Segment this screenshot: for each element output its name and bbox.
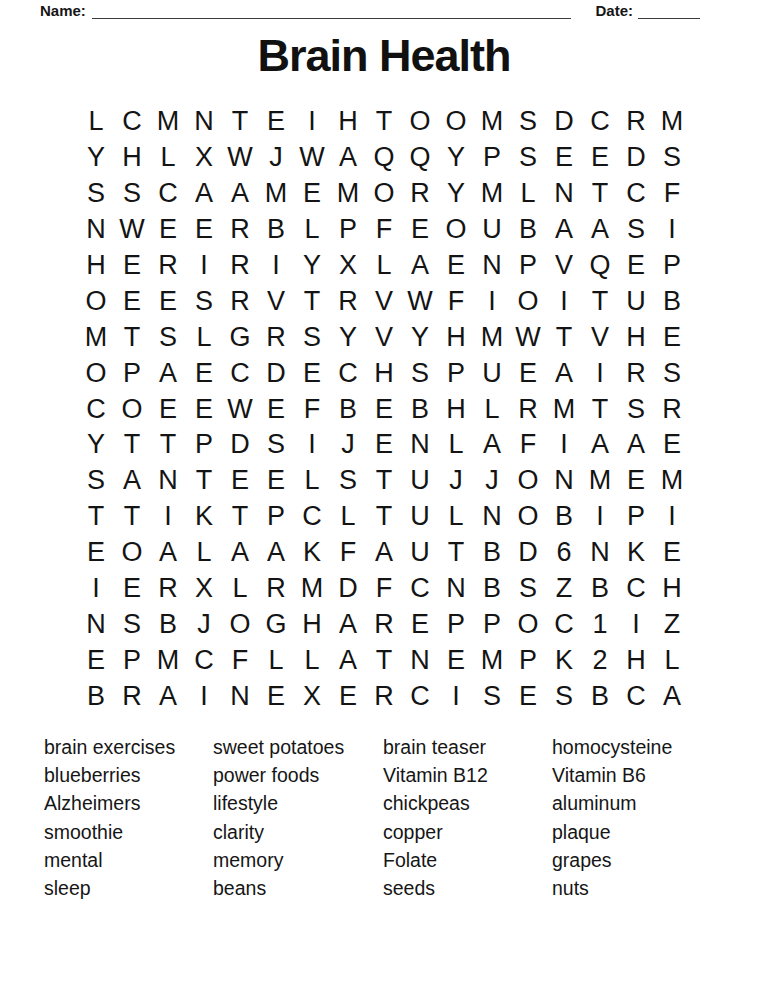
grid-cell-r4c10[interactable]: E	[402, 212, 438, 248]
grid-cell-r7c5[interactable]: G	[222, 319, 258, 355]
grid-cell-r14c3[interactable]: R	[150, 571, 186, 607]
grid-cell-r9c10[interactable]: B	[402, 391, 438, 427]
grid-cell-r10c16[interactable]: A	[618, 427, 654, 463]
grid-cell-r14c6[interactable]: R	[258, 571, 294, 607]
grid-cell-r13c5[interactable]: A	[222, 535, 258, 571]
name-input-line[interactable]	[92, 5, 572, 19]
grid-cell-r1c1[interactable]: L	[78, 104, 114, 140]
grid-cell-r2c16[interactable]: D	[618, 140, 654, 176]
grid-cell-r12c14[interactable]: B	[546, 499, 582, 535]
grid-cell-r4c15[interactable]: A	[582, 212, 618, 248]
grid-cell-r15c6[interactable]: G	[258, 606, 294, 642]
grid-cell-r7c8[interactable]: Y	[330, 319, 366, 355]
grid-cell-r5c13[interactable]: P	[510, 248, 546, 284]
grid-cell-r13c7[interactable]: K	[294, 535, 330, 571]
grid-cell-r15c14[interactable]: C	[546, 606, 582, 642]
grid-cell-r6c2[interactable]: E	[114, 283, 150, 319]
grid-cell-r8c14[interactable]: A	[546, 355, 582, 391]
grid-cell-r11c17[interactable]: M	[654, 463, 690, 499]
grid-cell-r8c16[interactable]: R	[618, 355, 654, 391]
grid-cell-r14c1[interactable]: I	[78, 571, 114, 607]
grid-cell-r16c13[interactable]: P	[510, 642, 546, 678]
grid-cell-r9c7[interactable]: F	[294, 391, 330, 427]
grid-cell-r16c14[interactable]: K	[546, 642, 582, 678]
grid-cell-r11c14[interactable]: N	[546, 463, 582, 499]
grid-cell-r12c17[interactable]: I	[654, 499, 690, 535]
grid-cell-r10c1[interactable]: Y	[78, 427, 114, 463]
grid-cell-r17c7[interactable]: X	[294, 678, 330, 714]
grid-cell-r1c10[interactable]: O	[402, 104, 438, 140]
grid-cell-r14c2[interactable]: E	[114, 571, 150, 607]
grid-cell-r17c1[interactable]: B	[78, 678, 114, 714]
grid-cell-r5c9[interactable]: L	[366, 248, 402, 284]
grid-cell-r5c7[interactable]: Y	[294, 248, 330, 284]
grid-cell-r5c8[interactable]: X	[330, 248, 366, 284]
grid-cell-r6c5[interactable]: R	[222, 283, 258, 319]
grid-cell-r5c6[interactable]: I	[258, 248, 294, 284]
grid-cell-r6c7[interactable]: T	[294, 283, 330, 319]
grid-cell-r11c10[interactable]: U	[402, 463, 438, 499]
grid-cell-r1c11[interactable]: O	[438, 104, 474, 140]
grid-cell-r14c8[interactable]: D	[330, 571, 366, 607]
grid-cell-r9c17[interactable]: R	[654, 391, 690, 427]
grid-cell-r11c9[interactable]: T	[366, 463, 402, 499]
grid-cell-r16c8[interactable]: A	[330, 642, 366, 678]
grid-cell-r11c6[interactable]: E	[258, 463, 294, 499]
grid-cell-r17c8[interactable]: E	[330, 678, 366, 714]
grid-cell-r16c10[interactable]: N	[402, 642, 438, 678]
grid-cell-r2c12[interactable]: P	[474, 140, 510, 176]
grid-cell-r9c9[interactable]: E	[366, 391, 402, 427]
grid-cell-r4c8[interactable]: P	[330, 212, 366, 248]
grid-cell-r13c13[interactable]: D	[510, 535, 546, 571]
grid-cell-r10c15[interactable]: A	[582, 427, 618, 463]
grid-cell-r17c5[interactable]: N	[222, 678, 258, 714]
grid-cell-r3c2[interactable]: S	[114, 176, 150, 212]
grid-cell-r1c17[interactable]: M	[654, 104, 690, 140]
grid-cell-r15c15[interactable]: 1	[582, 606, 618, 642]
grid-cell-r16c9[interactable]: T	[366, 642, 402, 678]
grid-cell-r5c17[interactable]: P	[654, 248, 690, 284]
grid-cell-r3c12[interactable]: M	[474, 176, 510, 212]
grid-cell-r8c5[interactable]: C	[222, 355, 258, 391]
grid-cell-r11c13[interactable]: O	[510, 463, 546, 499]
grid-cell-r2c1[interactable]: Y	[78, 140, 114, 176]
grid-cell-r3c16[interactable]: C	[618, 176, 654, 212]
grid-cell-r15c3[interactable]: B	[150, 606, 186, 642]
grid-cell-r8c17[interactable]: S	[654, 355, 690, 391]
grid-cell-r14c15[interactable]: B	[582, 571, 618, 607]
grid-cell-r13c16[interactable]: K	[618, 535, 654, 571]
grid-cell-r12c1[interactable]: T	[78, 499, 114, 535]
grid-cell-r12c2[interactable]: T	[114, 499, 150, 535]
grid-cell-r9c11[interactable]: H	[438, 391, 474, 427]
grid-cell-r9c4[interactable]: E	[186, 391, 222, 427]
grid-cell-r13c3[interactable]: A	[150, 535, 186, 571]
grid-cell-r7c12[interactable]: M	[474, 319, 510, 355]
grid-cell-r7c14[interactable]: T	[546, 319, 582, 355]
grid-cell-r6c10[interactable]: W	[402, 283, 438, 319]
grid-cell-r9c13[interactable]: R	[510, 391, 546, 427]
grid-cell-r5c10[interactable]: A	[402, 248, 438, 284]
grid-cell-r9c6[interactable]: E	[258, 391, 294, 427]
grid-cell-r12c5[interactable]: T	[222, 499, 258, 535]
grid-cell-r2c8[interactable]: A	[330, 140, 366, 176]
grid-cell-r11c16[interactable]: E	[618, 463, 654, 499]
grid-cell-r11c15[interactable]: M	[582, 463, 618, 499]
grid-cell-r4c3[interactable]: E	[150, 212, 186, 248]
grid-cell-r1c16[interactable]: R	[618, 104, 654, 140]
grid-cell-r16c7[interactable]: L	[294, 642, 330, 678]
grid-cell-r9c2[interactable]: O	[114, 391, 150, 427]
grid-cell-r15c11[interactable]: P	[438, 606, 474, 642]
grid-cell-r12c13[interactable]: O	[510, 499, 546, 535]
grid-cell-r7c6[interactable]: R	[258, 319, 294, 355]
grid-cell-r6c1[interactable]: O	[78, 283, 114, 319]
grid-cell-r10c14[interactable]: I	[546, 427, 582, 463]
grid-cell-r15c1[interactable]: N	[78, 606, 114, 642]
grid-cell-r12c8[interactable]: L	[330, 499, 366, 535]
word-item: plaque	[552, 818, 732, 846]
grid-cell-r10c10[interactable]: N	[402, 427, 438, 463]
grid-cell-r13c11[interactable]: T	[438, 535, 474, 571]
grid-cell-r8c15[interactable]: I	[582, 355, 618, 391]
grid-cell-r4c16[interactable]: S	[618, 212, 654, 248]
grid-cell-r1c14[interactable]: D	[546, 104, 582, 140]
grid-cell-r4c14[interactable]: A	[546, 212, 582, 248]
grid-cell-r12c10[interactable]: U	[402, 499, 438, 535]
grid-cell-r7c2[interactable]: T	[114, 319, 150, 355]
grid-cell-r3c15[interactable]: T	[582, 176, 618, 212]
grid-cell-r1c7[interactable]: I	[294, 104, 330, 140]
letter-grid: LCMNTEIHTOOMSDCRMYHLXWJWAQQYPSEEDSSSCAAM…	[78, 104, 690, 714]
grid-cell-r1c4[interactable]: N	[186, 104, 222, 140]
grid-cell-r13c10[interactable]: U	[402, 535, 438, 571]
grid-cell-r11c11[interactable]: J	[438, 463, 474, 499]
grid-cell-r17c4[interactable]: I	[186, 678, 222, 714]
grid-cell-r7c15[interactable]: V	[582, 319, 618, 355]
grid-cell-r9c15[interactable]: T	[582, 391, 618, 427]
grid-cell-r13c17[interactable]: E	[654, 535, 690, 571]
grid-cell-r15c12[interactable]: P	[474, 606, 510, 642]
grid-cell-r15c17[interactable]: Z	[654, 606, 690, 642]
grid-cell-r8c2[interactable]: P	[114, 355, 150, 391]
grid-cell-r7c7[interactable]: S	[294, 319, 330, 355]
grid-cell-r1c12[interactable]: M	[474, 104, 510, 140]
grid-cell-r3c3[interactable]: C	[150, 176, 186, 212]
grid-cell-r3c1[interactable]: S	[78, 176, 114, 212]
grid-cell-r5c5[interactable]: R	[222, 248, 258, 284]
grid-cell-r7c10[interactable]: Y	[402, 319, 438, 355]
grid-cell-r2c7[interactable]: W	[294, 140, 330, 176]
grid-cell-r11c12[interactable]: J	[474, 463, 510, 499]
grid-cell-r4c17[interactable]: I	[654, 212, 690, 248]
grid-cell-r8c11[interactable]: P	[438, 355, 474, 391]
grid-cell-r5c4[interactable]: I	[186, 248, 222, 284]
grid-cell-r10c8[interactable]: J	[330, 427, 366, 463]
grid-cell-r2c3[interactable]: L	[150, 140, 186, 176]
grid-cell-r1c2[interactable]: C	[114, 104, 150, 140]
grid-cell-r16c17[interactable]: L	[654, 642, 690, 678]
grid-cell-r16c1[interactable]: E	[78, 642, 114, 678]
grid-cell-r3c11[interactable]: Y	[438, 176, 474, 212]
grid-cell-r14c16[interactable]: C	[618, 571, 654, 607]
grid-cell-r9c8[interactable]: B	[330, 391, 366, 427]
grid-cell-r12c11[interactable]: L	[438, 499, 474, 535]
grid-cell-r12c6[interactable]: P	[258, 499, 294, 535]
grid-cell-r2c11[interactable]: Y	[438, 140, 474, 176]
grid-cell-r6c13[interactable]: O	[510, 283, 546, 319]
grid-cell-r2c6[interactable]: J	[258, 140, 294, 176]
grid-cell-r1c5[interactable]: T	[222, 104, 258, 140]
grid-cell-r4c4[interactable]: E	[186, 212, 222, 248]
grid-cell-r7c4[interactable]: L	[186, 319, 222, 355]
grid-cell-r3c13[interactable]: L	[510, 176, 546, 212]
grid-cell-r13c12[interactable]: B	[474, 535, 510, 571]
grid-cell-r17c3[interactable]: A	[150, 678, 186, 714]
grid-cell-r17c11[interactable]: I	[438, 678, 474, 714]
grid-cell-r17c2[interactable]: R	[114, 678, 150, 714]
word-item: lifestyle	[213, 789, 383, 817]
grid-cell-r15c8[interactable]: A	[330, 606, 366, 642]
grid-cell-r17c12[interactable]: S	[474, 678, 510, 714]
grid-cell-r3c4[interactable]: A	[186, 176, 222, 212]
grid-cell-r10c11[interactable]: L	[438, 427, 474, 463]
grid-cell-r6c8[interactable]: R	[330, 283, 366, 319]
grid-cell-r11c2[interactable]: A	[114, 463, 150, 499]
grid-cell-r5c14[interactable]: V	[546, 248, 582, 284]
grid-cell-r13c6[interactable]: A	[258, 535, 294, 571]
grid-cell-r14c10[interactable]: C	[402, 571, 438, 607]
grid-cell-r6c17[interactable]: B	[654, 283, 690, 319]
grid-cell-r5c2[interactable]: E	[114, 248, 150, 284]
date-input-line[interactable]	[638, 5, 700, 19]
grid-cell-r2c13[interactable]: S	[510, 140, 546, 176]
grid-cell-r1c6[interactable]: E	[258, 104, 294, 140]
grid-cell-r17c15[interactable]: B	[582, 678, 618, 714]
grid-cell-r14c4[interactable]: X	[186, 571, 222, 607]
grid-cell-r1c8[interactable]: H	[330, 104, 366, 140]
grid-cell-r13c14[interactable]: 6	[546, 535, 582, 571]
grid-cell-r1c3[interactable]: M	[150, 104, 186, 140]
grid-cell-r1c15[interactable]: C	[582, 104, 618, 140]
grid-cell-r5c1[interactable]: H	[78, 248, 114, 284]
grid-cell-r15c4[interactable]: J	[186, 606, 222, 642]
grid-cell-r17c16[interactable]: C	[618, 678, 654, 714]
grid-cell-r13c2[interactable]: O	[114, 535, 150, 571]
grid-cell-r15c5[interactable]: O	[222, 606, 258, 642]
grid-cell-r10c7[interactable]: I	[294, 427, 330, 463]
grid-cell-r3c7[interactable]: E	[294, 176, 330, 212]
grid-cell-r8c1[interactable]: O	[78, 355, 114, 391]
grid-cell-r12c4[interactable]: K	[186, 499, 222, 535]
grid-cell-r13c15[interactable]: N	[582, 535, 618, 571]
grid-cell-r7c1[interactable]: M	[78, 319, 114, 355]
grid-cell-r14c12[interactable]: B	[474, 571, 510, 607]
grid-cell-r9c16[interactable]: S	[618, 391, 654, 427]
grid-cell-r7c3[interactable]: S	[150, 319, 186, 355]
grid-cell-r16c15[interactable]: 2	[582, 642, 618, 678]
grid-cell-r14c9[interactable]: F	[366, 571, 402, 607]
grid-cell-r17c13[interactable]: E	[510, 678, 546, 714]
grid-cell-r14c14[interactable]: Z	[546, 571, 582, 607]
grid-cell-r12c7[interactable]: C	[294, 499, 330, 535]
grid-cell-r11c8[interactable]: S	[330, 463, 366, 499]
grid-cell-r6c3[interactable]: E	[150, 283, 186, 319]
grid-cell-r14c7[interactable]: M	[294, 571, 330, 607]
grid-cell-r1c13[interactable]: S	[510, 104, 546, 140]
grid-cell-r13c9[interactable]: A	[366, 535, 402, 571]
grid-cell-r8c9[interactable]: H	[366, 355, 402, 391]
grid-cell-r4c2[interactable]: W	[114, 212, 150, 248]
grid-cell-r7c17[interactable]: E	[654, 319, 690, 355]
grid-cell-r10c2[interactable]: T	[114, 427, 150, 463]
grid-cell-r3c14[interactable]: N	[546, 176, 582, 212]
grid-cell-r2c2[interactable]: H	[114, 140, 150, 176]
grid-cell-r2c17[interactable]: S	[654, 140, 690, 176]
grid-cell-r13c4[interactable]: L	[186, 535, 222, 571]
grid-cell-r8c8[interactable]: C	[330, 355, 366, 391]
grid-cell-r3c10[interactable]: R	[402, 176, 438, 212]
grid-cell-r6c16[interactable]: U	[618, 283, 654, 319]
grid-cell-r8c3[interactable]: A	[150, 355, 186, 391]
grid-cell-r13c1[interactable]: E	[78, 535, 114, 571]
grid-cell-r9c14[interactable]: M	[546, 391, 582, 427]
grid-cell-r10c13[interactable]: F	[510, 427, 546, 463]
grid-cell-r7c11[interactable]: H	[438, 319, 474, 355]
word-list: brain exercisesblueberriesAlzheimerssmoo…	[44, 733, 732, 902]
grid-cell-r11c5[interactable]: E	[222, 463, 258, 499]
grid-cell-r6c4[interactable]: S	[186, 283, 222, 319]
grid-cell-r16c6[interactable]: L	[258, 642, 294, 678]
grid-cell-r16c4[interactable]: C	[186, 642, 222, 678]
grid-cell-r17c6[interactable]: E	[258, 678, 294, 714]
grid-cell-r6c14[interactable]: I	[546, 283, 582, 319]
grid-cell-r3c8[interactable]: M	[330, 176, 366, 212]
grid-cell-r4c7[interactable]: L	[294, 212, 330, 248]
grid-cell-r8c6[interactable]: D	[258, 355, 294, 391]
grid-cell-r8c7[interactable]: E	[294, 355, 330, 391]
grid-cell-r2c9[interactable]: Q	[366, 140, 402, 176]
grid-cell-r6c12[interactable]: I	[474, 283, 510, 319]
grid-cell-r10c9[interactable]: E	[366, 427, 402, 463]
grid-cell-r3c9[interactable]: O	[366, 176, 402, 212]
name-label: Name:	[40, 2, 86, 19]
grid-cell-r10c12[interactable]: A	[474, 427, 510, 463]
grid-cell-r14c17[interactable]: H	[654, 571, 690, 607]
grid-cell-r15c2[interactable]: S	[114, 606, 150, 642]
grid-cell-r7c13[interactable]: W	[510, 319, 546, 355]
grid-cell-r8c4[interactable]: E	[186, 355, 222, 391]
grid-cell-r12c12[interactable]: N	[474, 499, 510, 535]
grid-cell-r12c3[interactable]: I	[150, 499, 186, 535]
grid-cell-r10c6[interactable]: S	[258, 427, 294, 463]
grid-cell-r16c3[interactable]: M	[150, 642, 186, 678]
grid-cell-r6c9[interactable]: V	[366, 283, 402, 319]
grid-cell-r6c15[interactable]: T	[582, 283, 618, 319]
grid-cell-r16c16[interactable]: H	[618, 642, 654, 678]
grid-cell-r3c6[interactable]: M	[258, 176, 294, 212]
grid-cell-r10c17[interactable]: E	[654, 427, 690, 463]
grid-cell-r17c9[interactable]: R	[366, 678, 402, 714]
grid-cell-r11c4[interactable]: T	[186, 463, 222, 499]
grid-cell-r8c10[interactable]: S	[402, 355, 438, 391]
grid-cell-r6c11[interactable]: F	[438, 283, 474, 319]
grid-cell-r11c1[interactable]: S	[78, 463, 114, 499]
grid-cell-r10c3[interactable]: T	[150, 427, 186, 463]
grid-cell-r13c8[interactable]: F	[330, 535, 366, 571]
grid-cell-r10c5[interactable]: D	[222, 427, 258, 463]
grid-cell-r17c10[interactable]: C	[402, 678, 438, 714]
word-item: brain exercises	[44, 733, 213, 761]
grid-cell-r16c12[interactable]: M	[474, 642, 510, 678]
grid-cell-r15c7[interactable]: H	[294, 606, 330, 642]
grid-cell-r4c9[interactable]: F	[366, 212, 402, 248]
grid-cell-r4c1[interactable]: N	[78, 212, 114, 248]
grid-cell-r2c4[interactable]: X	[186, 140, 222, 176]
grid-cell-r15c10[interactable]: E	[402, 606, 438, 642]
grid-cell-r2c5[interactable]: W	[222, 140, 258, 176]
grid-cell-r15c9[interactable]: R	[366, 606, 402, 642]
grid-cell-r16c11[interactable]: E	[438, 642, 474, 678]
grid-cell-r17c17[interactable]: A	[654, 678, 690, 714]
grid-cell-r3c5[interactable]: A	[222, 176, 258, 212]
grid-cell-r3c17[interactable]: F	[654, 176, 690, 212]
grid-cell-r12c16[interactable]: P	[618, 499, 654, 535]
grid-cell-r9c3[interactable]: E	[150, 391, 186, 427]
grid-cell-r12c9[interactable]: T	[366, 499, 402, 535]
grid-cell-r15c13[interactable]: O	[510, 606, 546, 642]
grid-cell-r17c14[interactable]: S	[546, 678, 582, 714]
grid-cell-r1c9[interactable]: T	[366, 104, 402, 140]
grid-cell-r14c11[interactable]: N	[438, 571, 474, 607]
grid-cell-r9c5[interactable]: W	[222, 391, 258, 427]
grid-cell-r2c14[interactable]: E	[546, 140, 582, 176]
grid-cell-r5c11[interactable]: E	[438, 248, 474, 284]
grid-cell-r4c5[interactable]: R	[222, 212, 258, 248]
grid-cell-r7c9[interactable]: V	[366, 319, 402, 355]
grid-cell-r14c5[interactable]: L	[222, 571, 258, 607]
grid-cell-r5c15[interactable]: Q	[582, 248, 618, 284]
grid-cell-r7c16[interactable]: H	[618, 319, 654, 355]
grid-cell-r14c13[interactable]: S	[510, 571, 546, 607]
grid-cell-r16c2[interactable]: P	[114, 642, 150, 678]
grid-cell-r2c10[interactable]: Q	[402, 140, 438, 176]
grid-cell-r4c13[interactable]: B	[510, 212, 546, 248]
word-item: nuts	[552, 874, 732, 902]
grid-cell-r5c16[interactable]: E	[618, 248, 654, 284]
grid-cell-r11c7[interactable]: L	[294, 463, 330, 499]
grid-cell-r11c3[interactable]: N	[150, 463, 186, 499]
grid-cell-r16c5[interactable]: F	[222, 642, 258, 678]
grid-cell-r5c12[interactable]: N	[474, 248, 510, 284]
grid-cell-r10c4[interactable]: P	[186, 427, 222, 463]
grid-cell-r9c12[interactable]: L	[474, 391, 510, 427]
grid-cell-r4c6[interactable]: B	[258, 212, 294, 248]
grid-cell-r4c11[interactable]: O	[438, 212, 474, 248]
grid-cell-r5c3[interactable]: R	[150, 248, 186, 284]
grid-cell-r4c12[interactable]: U	[474, 212, 510, 248]
grid-cell-r8c13[interactable]: E	[510, 355, 546, 391]
grid-cell-r8c12[interactable]: U	[474, 355, 510, 391]
grid-cell-r6c6[interactable]: V	[258, 283, 294, 319]
grid-cell-r12c15[interactable]: I	[582, 499, 618, 535]
word-item: beans	[213, 874, 383, 902]
grid-cell-r15c16[interactable]: I	[618, 606, 654, 642]
grid-cell-r9c1[interactable]: C	[78, 391, 114, 427]
grid-cell-r2c15[interactable]: E	[582, 140, 618, 176]
header: Name: Date:	[40, 2, 700, 19]
